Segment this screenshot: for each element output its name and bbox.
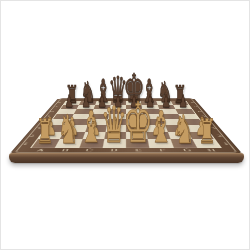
product-photo-chessboard: ABCDEFGH 87654321 87654321 ♜♞♝♛♚♝♞♜♟♟♟♟♟… — [0, 0, 250, 250]
square-h1 — [192, 139, 220, 148]
board-front-edge — [9, 153, 244, 163]
square-c1 — [79, 139, 104, 148]
square-f2 — [147, 132, 170, 140]
board-surface: ABCDEFGH 87654321 87654321 — [9, 98, 244, 154]
square-d2 — [104, 132, 126, 140]
square-c2 — [82, 132, 105, 140]
square-h2 — [188, 132, 214, 140]
square-f1 — [148, 139, 173, 148]
square-e2 — [126, 132, 148, 140]
square-d1 — [102, 139, 126, 148]
square-e1 — [126, 139, 150, 148]
